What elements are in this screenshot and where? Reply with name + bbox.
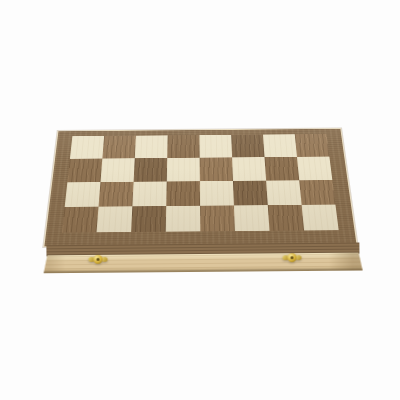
board-square-r2c1 <box>67 159 102 183</box>
board-square-r3c4 <box>166 181 200 206</box>
board-square-r1c4 <box>167 135 199 158</box>
board-square-r1c6 <box>231 135 264 158</box>
board-square-r4c6 <box>234 205 270 231</box>
board-square-r4c8 <box>302 205 339 231</box>
board-square-r2c8 <box>297 157 332 181</box>
board-square-r1c1 <box>70 136 104 159</box>
board-square-r3c3 <box>132 181 166 206</box>
board-square-r4c1 <box>62 207 99 233</box>
board-square-r4c4 <box>166 206 201 232</box>
board-square-r2c6 <box>232 157 266 181</box>
board-square-r2c2 <box>100 158 134 182</box>
board-square-r1c2 <box>102 136 136 159</box>
chess-board-frame <box>44 129 356 246</box>
board-square-r4c7 <box>268 205 304 231</box>
board-square-r1c7 <box>263 134 297 157</box>
board-square-r1c8 <box>295 134 330 157</box>
board-square-r3c1 <box>65 182 101 207</box>
clasp-knob-icon <box>287 253 296 262</box>
board-perspective-wrapper <box>44 129 356 246</box>
board-square-r2c7 <box>264 157 299 181</box>
board-square-r1c5 <box>199 135 232 158</box>
board-square-r4c5 <box>200 205 235 231</box>
chess-box <box>0 0 400 400</box>
board-square-r2c3 <box>134 158 168 182</box>
clasp-knob-icon <box>93 254 102 263</box>
board-square-r2c5 <box>200 157 233 181</box>
brass-clasp-left <box>88 253 106 265</box>
board-grid <box>62 134 339 233</box>
brass-clasp-right <box>282 251 300 263</box>
board-square-r4c2 <box>96 206 132 232</box>
board-square-r3c7 <box>266 180 302 205</box>
board-square-r3c5 <box>200 181 234 206</box>
board-square-r3c2 <box>99 182 134 207</box>
board-square-r3c6 <box>233 181 268 206</box>
board-square-r2c4 <box>167 158 200 182</box>
board-square-r1c3 <box>135 135 168 158</box>
board-square-r4c3 <box>131 206 166 232</box>
board-square-r3c8 <box>299 180 335 205</box>
